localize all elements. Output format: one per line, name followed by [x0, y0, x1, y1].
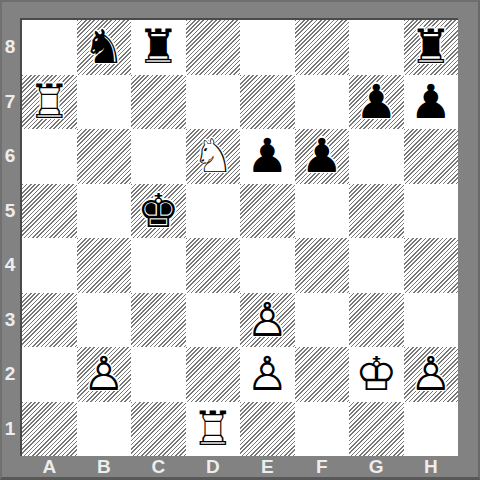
square-a4[interactable] [22, 238, 77, 293]
black-pawn[interactable]: ♟ [240, 129, 295, 184]
white-pawn[interactable]: ♟♙ [77, 347, 132, 402]
square-f6[interactable]: ♟ [295, 129, 350, 184]
white-pawn-glyph-outline: ♙ [240, 295, 295, 342]
square-c5[interactable]: ♚ [131, 184, 186, 239]
white-pawn-glyph-outline: ♙ [77, 350, 132, 397]
square-h2[interactable]: ♟♙ [404, 347, 459, 402]
black-rook-glyph-fill: ♜ [404, 23, 459, 70]
square-b6[interactable] [77, 129, 132, 184]
rank-label-7: 7 [0, 75, 20, 130]
square-f2[interactable] [295, 347, 350, 402]
rank-label-8: 8 [0, 20, 20, 75]
square-h7[interactable]: ♟ [404, 75, 459, 130]
file-label-f: F [295, 456, 350, 478]
square-d8[interactable] [186, 20, 241, 75]
black-knight-glyph-fill: ♞ [77, 23, 132, 70]
white-rook[interactable]: ♜♖ [22, 75, 77, 130]
square-c1[interactable] [131, 402, 186, 457]
square-c2[interactable] [131, 347, 186, 402]
square-e6[interactable]: ♟ [240, 129, 295, 184]
square-b5[interactable] [77, 184, 132, 239]
white-pawn[interactable]: ♟♙ [240, 293, 295, 348]
square-a5[interactable] [22, 184, 77, 239]
square-e7[interactable] [240, 75, 295, 130]
rank-label-6: 6 [0, 129, 20, 184]
white-rook-glyph-outline: ♖ [22, 77, 77, 124]
white-knight[interactable]: ♞♘ [186, 129, 241, 184]
square-a7[interactable]: ♜♖ [22, 75, 77, 130]
white-king-glyph-outline: ♔ [349, 350, 404, 397]
white-rook[interactable]: ♜♖ [186, 402, 241, 457]
rank-label-5: 5 [0, 184, 20, 239]
square-g8[interactable] [349, 20, 404, 75]
file-label-g: G [349, 456, 404, 478]
square-e2[interactable]: ♟♙ [240, 347, 295, 402]
square-g2[interactable]: ♚♔ [349, 347, 404, 402]
square-a6[interactable] [22, 129, 77, 184]
chess-diagram: 87654321 ♞♜♜♜♖♟♟♞♘♟♟♚♟♙♟♙♟♙♚♔♟♙♜♖ ABCDEF… [0, 0, 480, 480]
square-e3[interactable]: ♟♙ [240, 293, 295, 348]
black-king[interactable]: ♚ [131, 184, 186, 239]
square-b1[interactable] [77, 402, 132, 457]
black-king-glyph-fill: ♚ [131, 186, 186, 233]
white-pawn[interactable]: ♟♙ [240, 347, 295, 402]
square-h5[interactable] [404, 184, 459, 239]
square-d6[interactable]: ♞♘ [186, 129, 241, 184]
square-a8[interactable] [22, 20, 77, 75]
square-f3[interactable] [295, 293, 350, 348]
square-d7[interactable] [186, 75, 241, 130]
file-label-d: D [186, 456, 241, 478]
square-g5[interactable] [349, 184, 404, 239]
square-f7[interactable] [295, 75, 350, 130]
chess-board[interactable]: ♞♜♜♜♖♟♟♞♘♟♟♚♟♙♟♙♟♙♚♔♟♙♜♖ [20, 18, 458, 456]
white-rook-glyph-outline: ♖ [186, 404, 241, 451]
square-g7[interactable]: ♟ [349, 75, 404, 130]
square-e1[interactable] [240, 402, 295, 457]
file-label-e: E [240, 456, 295, 478]
square-b3[interactable] [77, 293, 132, 348]
white-pawn-glyph-outline: ♙ [240, 350, 295, 397]
square-c3[interactable] [131, 293, 186, 348]
black-rook-glyph-fill: ♜ [131, 23, 186, 70]
square-b2[interactable]: ♟♙ [77, 347, 132, 402]
square-f5[interactable] [295, 184, 350, 239]
square-h1[interactable] [404, 402, 459, 457]
square-c7[interactable] [131, 75, 186, 130]
square-d4[interactable] [186, 238, 241, 293]
rank-label-4: 4 [0, 238, 20, 293]
square-g3[interactable] [349, 293, 404, 348]
square-e4[interactable] [240, 238, 295, 293]
square-f4[interactable] [295, 238, 350, 293]
rank-label-2: 2 [0, 347, 20, 402]
square-a3[interactable] [22, 293, 77, 348]
white-knight-glyph-outline: ♘ [186, 132, 241, 179]
square-h4[interactable] [404, 238, 459, 293]
square-g1[interactable] [349, 402, 404, 457]
white-king[interactable]: ♚♔ [349, 347, 404, 402]
black-knight[interactable]: ♞ [77, 20, 132, 75]
file-labels: ABCDEFGH [22, 456, 458, 478]
square-g6[interactable] [349, 129, 404, 184]
square-b7[interactable] [77, 75, 132, 130]
square-f1[interactable] [295, 402, 350, 457]
file-label-c: C [131, 456, 186, 478]
rank-label-1: 1 [0, 402, 20, 457]
black-rook[interactable]: ♜ [404, 20, 459, 75]
black-pawn-glyph-fill: ♟ [404, 77, 459, 124]
square-d2[interactable] [186, 347, 241, 402]
square-a1[interactable] [22, 402, 77, 457]
file-label-a: A [22, 456, 77, 478]
square-e8[interactable] [240, 20, 295, 75]
black-pawn[interactable]: ♟ [404, 75, 459, 130]
square-a2[interactable] [22, 347, 77, 402]
black-pawn[interactable]: ♟ [295, 129, 350, 184]
square-f8[interactable] [295, 20, 350, 75]
square-d5[interactable] [186, 184, 241, 239]
square-b4[interactable] [77, 238, 132, 293]
square-c6[interactable] [131, 129, 186, 184]
rank-labels: 87654321 [0, 20, 20, 456]
white-pawn[interactable]: ♟♙ [404, 347, 459, 402]
black-pawn[interactable]: ♟ [349, 75, 404, 130]
square-h6[interactable] [404, 129, 459, 184]
square-b8[interactable]: ♞ [77, 20, 132, 75]
square-d3[interactable] [186, 293, 241, 348]
square-h8[interactable]: ♜ [404, 20, 459, 75]
square-g4[interactable] [349, 238, 404, 293]
black-pawn-glyph-fill: ♟ [240, 132, 295, 179]
black-pawn-glyph-fill: ♟ [349, 77, 404, 124]
square-c8[interactable]: ♜ [131, 20, 186, 75]
square-d1[interactable]: ♜♖ [186, 402, 241, 457]
black-rook[interactable]: ♜ [131, 20, 186, 75]
black-pawn-glyph-fill: ♟ [295, 132, 350, 179]
square-c4[interactable] [131, 238, 186, 293]
square-h3[interactable] [404, 293, 459, 348]
white-pawn-glyph-outline: ♙ [404, 350, 459, 397]
file-label-h: H [404, 456, 459, 478]
square-e5[interactable] [240, 184, 295, 239]
rank-label-3: 3 [0, 293, 20, 348]
file-label-b: B [77, 456, 132, 478]
